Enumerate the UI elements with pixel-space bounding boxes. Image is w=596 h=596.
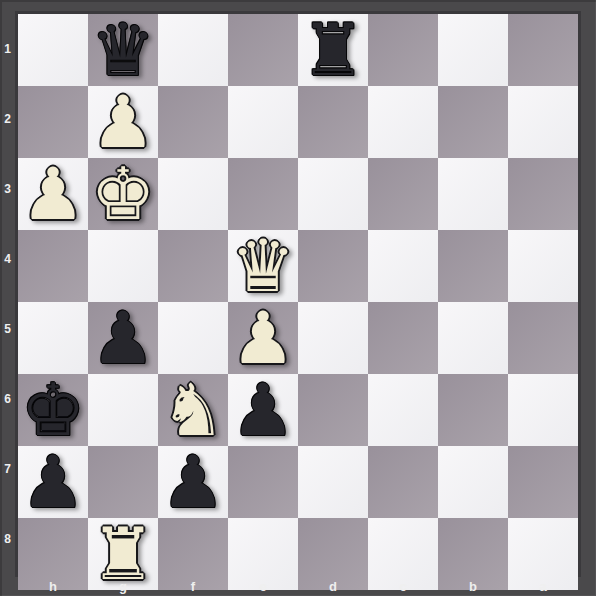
square-g1[interactable]: ♛ bbox=[88, 14, 158, 86]
file-label-a: a bbox=[508, 576, 578, 596]
square-h2[interactable] bbox=[18, 86, 88, 158]
rank-label-5: 5 bbox=[0, 294, 15, 364]
square-c2[interactable] bbox=[368, 86, 438, 158]
square-f7[interactable]: ♟ bbox=[158, 446, 228, 518]
square-a1[interactable] bbox=[508, 14, 578, 86]
board-squares: ♛♜♟♟♚♛♟♟♚♞♟♟♟♜ bbox=[18, 14, 578, 574]
square-d4[interactable] bbox=[298, 230, 368, 302]
square-h1[interactable] bbox=[18, 14, 88, 86]
square-b7[interactable] bbox=[438, 446, 508, 518]
square-d1[interactable]: ♜ bbox=[298, 14, 368, 86]
rank-label-4: 4 bbox=[0, 224, 15, 294]
black-pawn-piece[interactable]: ♟ bbox=[231, 374, 296, 446]
black-pawn-piece[interactable]: ♟ bbox=[91, 302, 156, 374]
square-f5[interactable] bbox=[158, 302, 228, 374]
square-e2[interactable] bbox=[228, 86, 298, 158]
white-pawn-piece[interactable]: ♟ bbox=[231, 302, 296, 374]
square-a5[interactable] bbox=[508, 302, 578, 374]
square-c6[interactable] bbox=[368, 374, 438, 446]
square-g3[interactable]: ♚ bbox=[88, 158, 158, 230]
black-pawn-piece[interactable]: ♟ bbox=[21, 446, 86, 518]
square-c1[interactable] bbox=[368, 14, 438, 86]
square-f1[interactable] bbox=[158, 14, 228, 86]
square-b1[interactable] bbox=[438, 14, 508, 86]
file-label-h: h bbox=[18, 576, 88, 596]
square-a2[interactable] bbox=[508, 86, 578, 158]
white-pawn-piece[interactable]: ♟ bbox=[21, 158, 86, 230]
square-b2[interactable] bbox=[438, 86, 508, 158]
file-label-b: b bbox=[438, 576, 508, 596]
square-f3[interactable] bbox=[158, 158, 228, 230]
square-f2[interactable] bbox=[158, 86, 228, 158]
square-d3[interactable] bbox=[298, 158, 368, 230]
square-c4[interactable] bbox=[368, 230, 438, 302]
square-h7[interactable]: ♟ bbox=[18, 446, 88, 518]
square-e1[interactable] bbox=[228, 14, 298, 86]
square-h6[interactable]: ♚ bbox=[18, 374, 88, 446]
square-a7[interactable] bbox=[508, 446, 578, 518]
square-a3[interactable] bbox=[508, 158, 578, 230]
square-b4[interactable] bbox=[438, 230, 508, 302]
rank-label-1: 1 bbox=[0, 14, 15, 84]
square-g2[interactable]: ♟ bbox=[88, 86, 158, 158]
black-king-piece[interactable]: ♚ bbox=[21, 374, 86, 446]
square-d2[interactable] bbox=[298, 86, 368, 158]
square-b3[interactable] bbox=[438, 158, 508, 230]
file-labels: hgfedcba bbox=[18, 576, 578, 596]
file-label-e: e bbox=[228, 576, 298, 596]
square-d5[interactable] bbox=[298, 302, 368, 374]
square-e3[interactable] bbox=[228, 158, 298, 230]
square-f6[interactable]: ♞ bbox=[158, 374, 228, 446]
square-c5[interactable] bbox=[368, 302, 438, 374]
file-label-d: d bbox=[298, 576, 368, 596]
white-pawn-piece[interactable]: ♟ bbox=[91, 86, 156, 158]
square-d6[interactable] bbox=[298, 374, 368, 446]
file-label-c: c bbox=[368, 576, 438, 596]
square-e4[interactable]: ♛ bbox=[228, 230, 298, 302]
rank-label-8: 8 bbox=[0, 504, 15, 574]
square-e7[interactable] bbox=[228, 446, 298, 518]
square-g4[interactable] bbox=[88, 230, 158, 302]
board-frame: 12345678 ♛♜♟♟♚♛♟♟♚♞♟♟♟♜ hgfedcba bbox=[0, 0, 596, 596]
square-h3[interactable]: ♟ bbox=[18, 158, 88, 230]
file-label-g: g bbox=[88, 576, 158, 596]
square-h4[interactable] bbox=[18, 230, 88, 302]
black-rook-piece[interactable]: ♜ bbox=[301, 14, 366, 86]
file-label-f: f bbox=[158, 576, 228, 596]
square-e5[interactable]: ♟ bbox=[228, 302, 298, 374]
rank-labels: 12345678 bbox=[0, 14, 15, 574]
square-g6[interactable] bbox=[88, 374, 158, 446]
square-g5[interactable]: ♟ bbox=[88, 302, 158, 374]
square-g7[interactable] bbox=[88, 446, 158, 518]
square-h5[interactable] bbox=[18, 302, 88, 374]
black-queen-piece[interactable]: ♛ bbox=[91, 14, 156, 86]
rank-label-7: 7 bbox=[0, 434, 15, 504]
square-e6[interactable]: ♟ bbox=[228, 374, 298, 446]
black-pawn-piece[interactable]: ♟ bbox=[161, 446, 226, 518]
square-a4[interactable] bbox=[508, 230, 578, 302]
rank-label-3: 3 bbox=[0, 154, 15, 224]
square-a6[interactable] bbox=[508, 374, 578, 446]
square-c3[interactable] bbox=[368, 158, 438, 230]
white-knight-piece[interactable]: ♞ bbox=[161, 374, 226, 446]
white-king-piece[interactable]: ♚ bbox=[91, 158, 156, 230]
square-f4[interactable] bbox=[158, 230, 228, 302]
square-b5[interactable] bbox=[438, 302, 508, 374]
square-b6[interactable] bbox=[438, 374, 508, 446]
rank-label-6: 6 bbox=[0, 364, 15, 434]
white-queen-piece[interactable]: ♛ bbox=[231, 230, 296, 302]
rank-label-2: 2 bbox=[0, 84, 15, 154]
square-c7[interactable] bbox=[368, 446, 438, 518]
square-d7[interactable] bbox=[298, 446, 368, 518]
